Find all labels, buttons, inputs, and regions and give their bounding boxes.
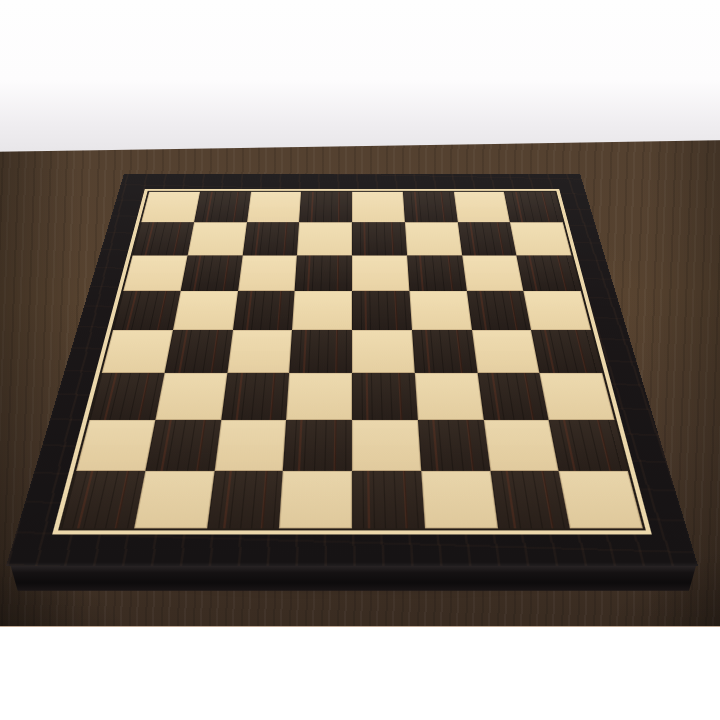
square-c6 [238, 255, 298, 291]
square-f1 [421, 471, 497, 528]
square-a3 [90, 373, 165, 420]
square-b6 [180, 255, 242, 291]
square-g3 [477, 373, 549, 420]
square-g2 [483, 419, 559, 471]
square-b4 [164, 330, 232, 373]
square-h3 [540, 373, 615, 420]
square-b8 [194, 192, 251, 223]
square-e7 [352, 222, 407, 255]
square-d6 [295, 255, 352, 291]
square-d7 [297, 222, 352, 255]
square-c2 [214, 419, 286, 471]
square-g6 [462, 255, 524, 291]
square-d4 [289, 330, 352, 373]
square-f5 [409, 291, 471, 330]
square-d8 [299, 192, 352, 223]
square-e6 [352, 255, 409, 291]
square-a4 [102, 330, 173, 373]
square-c1 [207, 471, 283, 528]
square-e3 [352, 373, 418, 420]
square-b3 [155, 373, 227, 420]
square-d2 [283, 419, 352, 471]
square-d1 [279, 471, 352, 528]
square-c7 [242, 222, 299, 255]
square-h7 [510, 222, 571, 255]
square-h1 [559, 471, 643, 528]
square-f7 [405, 222, 462, 255]
square-h6 [517, 255, 581, 291]
square-a5 [113, 291, 180, 330]
square-a2 [76, 419, 155, 471]
square-f4 [412, 330, 477, 373]
square-f3 [415, 373, 484, 420]
square-e4 [352, 330, 415, 373]
square-e8 [352, 192, 405, 223]
square-a7 [133, 222, 194, 255]
board-pinstripe-frame [52, 189, 652, 535]
square-a1 [61, 471, 145, 528]
square-c5 [233, 291, 295, 330]
photograph [0, 0, 720, 627]
square-f2 [418, 419, 490, 471]
square-d3 [286, 373, 352, 420]
square-g4 [472, 330, 540, 373]
square-h4 [531, 330, 602, 373]
square-h8 [504, 192, 563, 223]
square-d5 [292, 291, 352, 330]
board-squares [61, 192, 643, 529]
square-f6 [407, 255, 467, 291]
chess-board [6, 174, 698, 566]
square-b5 [173, 291, 238, 330]
square-b1 [134, 471, 214, 528]
wall-backdrop [0, 0, 720, 160]
square-h5 [524, 291, 591, 330]
square-g7 [457, 222, 516, 255]
square-b2 [145, 419, 221, 471]
square-g5 [466, 291, 531, 330]
square-c4 [227, 330, 292, 373]
board-side-edge [8, 562, 698, 592]
square-e1 [352, 471, 425, 528]
square-b7 [187, 222, 246, 255]
square-g1 [490, 471, 570, 528]
square-c8 [247, 192, 302, 223]
square-f8 [403, 192, 458, 223]
square-e2 [352, 419, 421, 471]
photo-scene [0, 0, 720, 720]
square-a6 [123, 255, 187, 291]
square-g8 [453, 192, 510, 223]
square-a8 [141, 192, 200, 223]
square-h2 [549, 419, 628, 471]
square-e5 [352, 291, 412, 330]
square-c3 [221, 373, 290, 420]
